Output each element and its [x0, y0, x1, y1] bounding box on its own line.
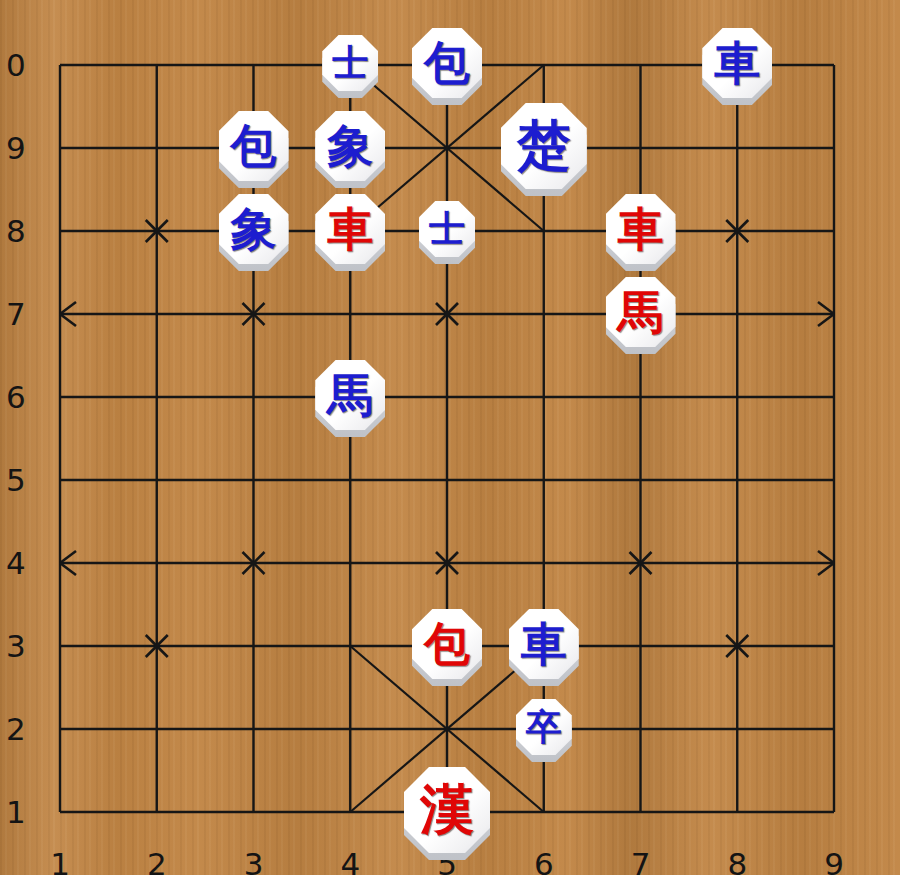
piece-face: 車 [606, 194, 676, 264]
rank-label-0: 0 [6, 50, 40, 81]
piece-red-horse[interactable]: 馬 [606, 277, 676, 354]
piece-face: 包 [219, 111, 289, 181]
rank-label-8: 8 [6, 216, 40, 247]
horse-glyph: 馬 [618, 289, 664, 335]
piece-face: 象 [219, 194, 289, 264]
piece-blue-cannon[interactable]: 包 [219, 111, 289, 188]
rank-label-2: 2 [6, 714, 40, 745]
piece-red-chariot[interactable]: 車 [315, 194, 385, 271]
piece-red-king[interactable]: 漢 [404, 767, 490, 860]
file-label-8: 8 [717, 849, 757, 875]
piece-blue-guard[interactable]: 士 [322, 35, 378, 98]
file-label-2: 2 [137, 849, 177, 875]
piece-face: 漢 [404, 767, 490, 853]
guard-glyph: 士 [429, 211, 465, 247]
horse-glyph: 馬 [327, 372, 373, 418]
piece-blue-guard[interactable]: 士 [419, 201, 475, 264]
cannon-glyph: 包 [424, 40, 470, 86]
rank-label-5: 5 [6, 465, 40, 496]
piece-face: 象 [315, 111, 385, 181]
janggi-board: 0987654321 123456789 士包車包象楚象車士車馬馬包車卒漢 [0, 0, 900, 875]
king-glyph: 漢 [420, 783, 474, 837]
piece-face: 楚 [501, 103, 587, 189]
piece-red-cannon[interactable]: 包 [412, 609, 482, 686]
piece-blue-cannon[interactable]: 包 [412, 28, 482, 105]
chariot-glyph: 車 [618, 206, 664, 252]
piece-blue-elephant[interactable]: 象 [219, 194, 289, 271]
piece-red-chariot[interactable]: 車 [606, 194, 676, 271]
chariot-glyph: 車 [521, 621, 567, 667]
piece-blue-horse[interactable]: 馬 [315, 360, 385, 437]
file-label-1: 1 [40, 849, 80, 875]
elephant-glyph: 象 [327, 123, 373, 169]
rank-label-9: 9 [6, 133, 40, 164]
piece-blue-soldier[interactable]: 卒 [516, 699, 572, 762]
file-label-9: 9 [814, 849, 854, 875]
piece-blue-chariot[interactable]: 車 [509, 609, 579, 686]
rank-label-4: 4 [6, 548, 40, 579]
file-label-7: 7 [621, 849, 661, 875]
piece-blue-king[interactable]: 楚 [501, 103, 587, 196]
file-label-3: 3 [234, 849, 274, 875]
cannon-glyph: 包 [231, 123, 277, 169]
rank-label-7: 7 [6, 299, 40, 330]
piece-face: 包 [412, 28, 482, 98]
piece-face: 車 [702, 28, 772, 98]
piece-face: 車 [315, 194, 385, 264]
piece-face: 卒 [516, 699, 572, 755]
board-grid-lines [0, 0, 900, 875]
piece-blue-chariot[interactable]: 車 [702, 28, 772, 105]
chariot-glyph: 車 [714, 40, 760, 86]
rank-label-1: 1 [6, 797, 40, 828]
rank-label-6: 6 [6, 382, 40, 413]
piece-face: 車 [509, 609, 579, 679]
piece-face: 士 [322, 35, 378, 91]
piece-face: 士 [419, 201, 475, 257]
elephant-glyph: 象 [231, 206, 277, 252]
guard-glyph: 士 [332, 45, 368, 81]
soldier-glyph: 卒 [526, 709, 562, 745]
file-label-4: 4 [330, 849, 370, 875]
piece-face: 馬 [606, 277, 676, 347]
file-label-6: 6 [524, 849, 564, 875]
chariot-glyph: 車 [327, 206, 373, 252]
piece-face: 馬 [315, 360, 385, 430]
king-glyph: 楚 [517, 119, 571, 173]
rank-label-3: 3 [6, 631, 40, 662]
cannon-glyph: 包 [424, 621, 470, 667]
piece-face: 包 [412, 609, 482, 679]
piece-blue-elephant[interactable]: 象 [315, 111, 385, 188]
